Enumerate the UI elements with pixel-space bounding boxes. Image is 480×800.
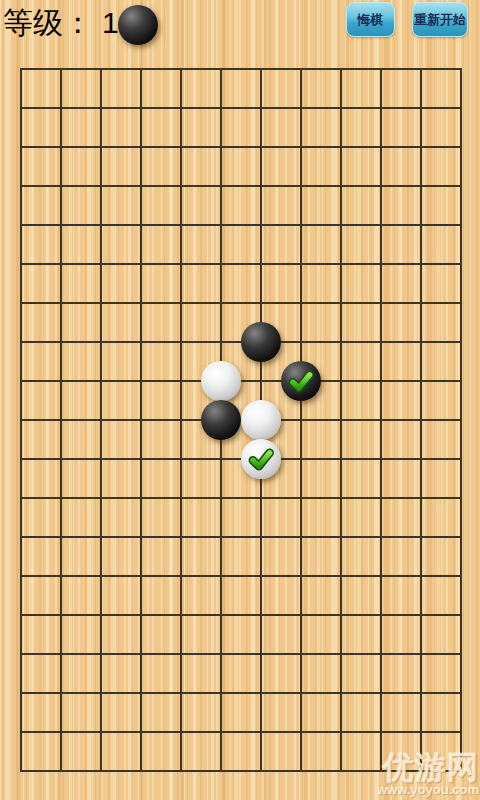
level-value: 1 bbox=[102, 6, 119, 39]
stone-black bbox=[241, 322, 281, 362]
undo-button[interactable]: 悔棋 bbox=[346, 2, 395, 37]
stone-white bbox=[201, 361, 241, 401]
level-indicator: 等级：1 bbox=[3, 6, 119, 40]
restart-button[interactable]: 重新开始 bbox=[412, 2, 468, 37]
stone-black bbox=[201, 400, 241, 440]
gomoku-board[interactable] bbox=[20, 68, 462, 772]
stone-white-last-move bbox=[241, 439, 281, 479]
stone-black-last-move bbox=[281, 361, 321, 401]
last-move-check-icon bbox=[288, 368, 314, 394]
stone-white bbox=[241, 400, 281, 440]
player-stone-black bbox=[118, 5, 158, 45]
level-label: 等级： bbox=[3, 6, 93, 39]
last-move-check-icon bbox=[248, 446, 274, 472]
watermark-url: www.yoyou.com bbox=[377, 783, 479, 797]
